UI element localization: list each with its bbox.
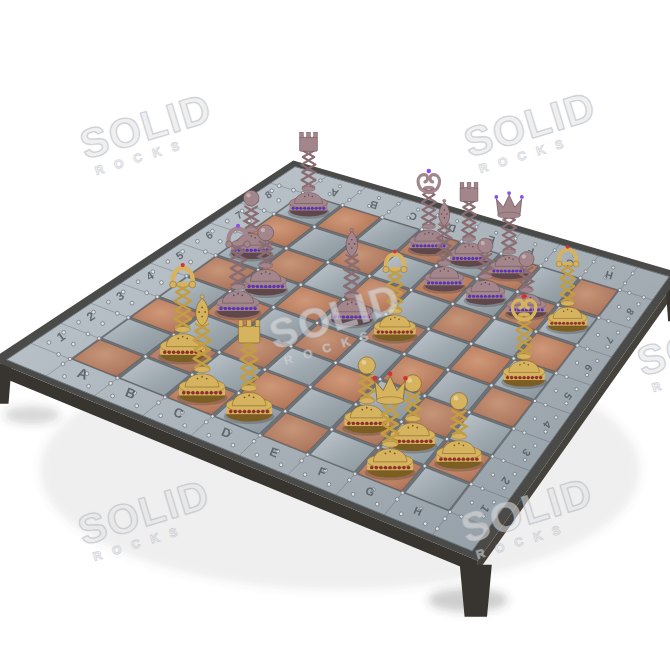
chess-product-render: AA11BB22CC33DD44EE55FF66GG77HH88 SOLIDRO… bbox=[0, 0, 670, 670]
chess-board: AA11BB22CC33DD44EE55FF66GG77HH88 bbox=[0, 0, 670, 670]
